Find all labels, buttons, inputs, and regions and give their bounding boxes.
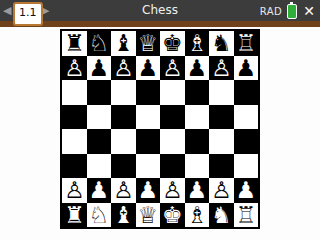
square-e3[interactable] [160,154,185,179]
square-c6[interactable] [111,80,136,105]
square-h3[interactable] [234,154,259,179]
white-queen: ♕ [137,203,158,228]
black-pawn: ♟ [137,56,158,81]
chess-board: ♜♘♝♕♚♗♞♖♙♟♙♟♙♟♙♟♙♟♙♟♙♟♙♟♜♘♝♕♚♗♞♖ [60,29,260,229]
black-rook: ♖ [235,31,256,56]
square-a8[interactable]: ♜ [62,31,87,56]
square-c7[interactable]: ♙ [111,56,136,81]
square-c3[interactable] [111,154,136,179]
square-g1[interactable]: ♞ [209,203,234,228]
angle-mode-indicator[interactable]: RAD [260,6,283,17]
square-h4[interactable] [234,129,259,154]
square-a1[interactable]: ♜ [62,203,87,228]
square-f4[interactable] [185,129,210,154]
white-pawn: ♙ [162,178,183,203]
white-pawn: ♙ [64,178,85,203]
square-h6[interactable] [234,80,259,105]
white-pawn: ♙ [211,178,232,203]
white-pawn: ♟ [186,178,207,203]
page-tab[interactable]: 1.1 [13,2,43,26]
white-king: ♚ [162,203,183,228]
square-d1[interactable]: ♕ [136,203,161,228]
black-pawn: ♟ [235,56,256,81]
prev-page-arrow-icon[interactable]: ◀ [3,4,11,18]
black-pawn: ♟ [88,56,109,81]
black-pawn: ♙ [64,56,85,81]
white-pawn: ♙ [113,178,134,203]
close-icon[interactable]: ✕ [302,3,316,19]
square-g5[interactable] [209,105,234,130]
square-h5[interactable] [234,105,259,130]
black-knight: ♞ [211,31,232,56]
square-c2[interactable]: ♙ [111,178,136,203]
square-c4[interactable] [111,129,136,154]
square-g4[interactable] [209,129,234,154]
square-a3[interactable] [62,154,87,179]
square-g2[interactable]: ♙ [209,178,234,203]
black-pawn: ♙ [211,56,232,81]
battery-icon [287,4,297,19]
square-e2[interactable]: ♙ [160,178,185,203]
square-a5[interactable] [62,105,87,130]
square-a6[interactable] [62,80,87,105]
square-d4[interactable] [136,129,161,154]
square-e8[interactable]: ♚ [160,31,185,56]
white-pawn: ♟ [137,178,158,203]
white-pawn: ♟ [88,178,109,203]
square-f7[interactable]: ♟ [185,56,210,81]
square-b8[interactable]: ♘ [87,31,112,56]
square-f6[interactable] [185,80,210,105]
square-f3[interactable] [185,154,210,179]
black-pawn: ♙ [162,56,183,81]
square-e7[interactable]: ♙ [160,56,185,81]
square-f2[interactable]: ♟ [185,178,210,203]
square-f8[interactable]: ♗ [185,31,210,56]
square-d7[interactable]: ♟ [136,56,161,81]
tab-strip [0,21,320,27]
square-g8[interactable]: ♞ [209,31,234,56]
square-c8[interactable]: ♝ [111,31,136,56]
square-h7[interactable]: ♟ [234,56,259,81]
board-container: ♜♘♝♕♚♗♞♖♙♟♙♟♙♟♙♟♙♟♙♟♙♟♙♟♜♘♝♕♚♗♞♖ [60,29,260,229]
black-king: ♚ [162,31,183,56]
black-pawn: ♟ [186,56,207,81]
square-c5[interactable] [111,105,136,130]
square-b7[interactable]: ♟ [87,56,112,81]
page-title: Chess [142,3,178,17]
black-knight: ♘ [88,31,109,56]
square-b2[interactable]: ♟ [87,178,112,203]
square-g6[interactable] [209,80,234,105]
square-d2[interactable]: ♟ [136,178,161,203]
square-h8[interactable]: ♖ [234,31,259,56]
square-f5[interactable] [185,105,210,130]
white-knight: ♘ [88,203,109,228]
square-g7[interactable]: ♙ [209,56,234,81]
square-h1[interactable]: ♖ [234,203,259,228]
square-b1[interactable]: ♘ [87,203,112,228]
square-b3[interactable] [87,154,112,179]
status-group: RAD ✕ [260,2,316,20]
black-bishop: ♗ [186,31,207,56]
white-rook: ♜ [64,203,85,228]
top-bar: ◀ 1.1 ▶ Chess RAD ✕ [0,0,320,27]
square-e5[interactable] [160,105,185,130]
black-rook: ♜ [64,31,85,56]
square-a4[interactable] [62,129,87,154]
square-c1[interactable]: ♝ [111,203,136,228]
black-bishop: ♝ [113,31,134,56]
square-b5[interactable] [87,105,112,130]
square-f1[interactable]: ♗ [185,203,210,228]
square-b6[interactable] [87,80,112,105]
white-bishop: ♝ [113,203,134,228]
square-d5[interactable] [136,105,161,130]
square-b4[interactable] [87,129,112,154]
square-e6[interactable] [160,80,185,105]
square-d8[interactable]: ♕ [136,31,161,56]
square-d3[interactable] [136,154,161,179]
white-bishop: ♗ [186,203,207,228]
square-h2[interactable]: ♟ [234,178,259,203]
square-e4[interactable] [160,129,185,154]
black-queen: ♕ [137,31,158,56]
square-a2[interactable]: ♙ [62,178,87,203]
white-pawn: ♟ [235,178,256,203]
white-rook: ♖ [235,203,256,228]
black-pawn: ♙ [113,56,134,81]
square-a7[interactable]: ♙ [62,56,87,81]
white-knight: ♞ [211,203,232,228]
square-e1[interactable]: ♚ [160,203,185,228]
square-g3[interactable] [209,154,234,179]
square-d6[interactable] [136,80,161,105]
